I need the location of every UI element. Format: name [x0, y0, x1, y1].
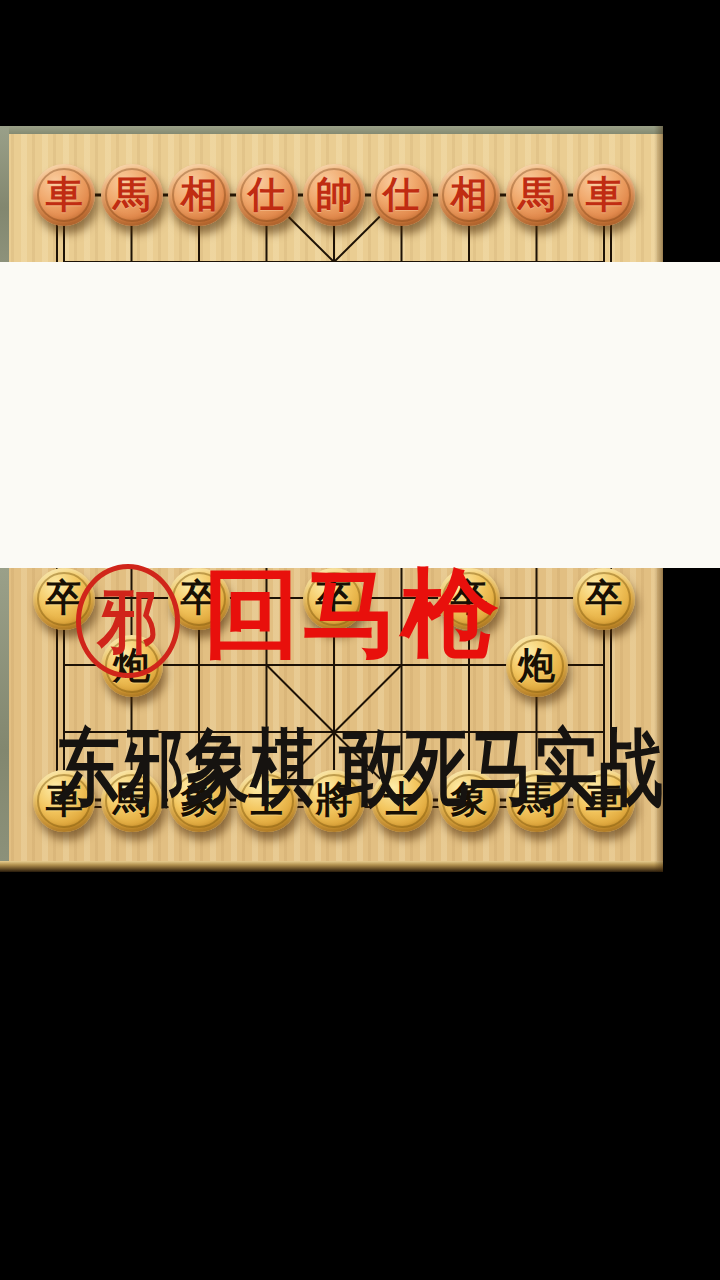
video-title: 回马枪	[203, 559, 500, 669]
title-banner: 邪 回马枪 东邪象棋 敢死马实战	[0, 262, 720, 568]
piece-character: 卒	[586, 579, 623, 616]
piece-character: 仕	[383, 176, 420, 213]
piece-character: 相	[451, 176, 488, 213]
piece-character: 炮	[518, 647, 555, 684]
video-subtitle: 东邪象棋 敢死马实战	[0, 706, 720, 828]
piece-character: 馬	[113, 176, 150, 213]
piece-red-elephant[interactable]: 相	[168, 164, 230, 226]
piece-red-general[interactable]: 帥	[303, 164, 365, 226]
piece-character: 帥	[316, 176, 353, 213]
piece-red-chariot[interactable]: 車	[573, 164, 635, 226]
piece-red-chariot[interactable]: 車	[33, 164, 95, 226]
piece-character: 馬	[518, 176, 555, 213]
piece-red-elephant[interactable]: 相	[438, 164, 500, 226]
piece-red-advisor[interactable]: 仕	[371, 164, 433, 226]
piece-red-horse[interactable]: 馬	[101, 164, 163, 226]
piece-character: 仕	[248, 176, 285, 213]
piece-black-soldier[interactable]: 卒	[573, 568, 635, 630]
piece-black-cannon[interactable]: 炮	[506, 635, 568, 697]
piece-red-advisor[interactable]: 仕	[236, 164, 298, 226]
piece-character: 車	[586, 176, 623, 213]
piece-character: 相	[181, 176, 218, 213]
seal-character: 邪	[98, 587, 158, 656]
piece-character: 車	[46, 176, 83, 213]
seal-stamp: 邪	[76, 564, 180, 678]
piece-red-horse[interactable]: 馬	[506, 164, 568, 226]
